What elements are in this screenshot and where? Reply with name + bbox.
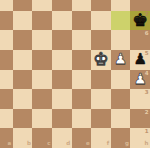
rank-label-3: 3: [145, 90, 149, 96]
square-e5[interactable]: [72, 50, 92, 70]
square-f7[interactable]: [91, 11, 111, 31]
square-d2[interactable]: [52, 109, 72, 129]
square-b8[interactable]: [13, 0, 33, 11]
square-d7[interactable]: [52, 11, 72, 31]
square-d4[interactable]: [52, 70, 72, 90]
square-f5[interactable]: ♚: [91, 50, 111, 70]
white-pawn[interactable]: ♟: [130, 70, 150, 90]
white-pawn[interactable]: ♟: [111, 50, 131, 70]
square-a7[interactable]: [0, 11, 13, 31]
rank-label-1: 1: [145, 129, 149, 135]
black-king[interactable]: ♚: [130, 11, 150, 31]
square-b7[interactable]: [13, 11, 33, 31]
square-c4[interactable]: [32, 70, 52, 90]
square-h3[interactable]: 3: [130, 89, 150, 109]
square-f2[interactable]: [91, 109, 111, 129]
square-h2[interactable]: 2: [130, 109, 150, 129]
file-label-h: h: [145, 141, 149, 147]
square-c8[interactable]: [32, 0, 52, 11]
square-f3[interactable]: [91, 89, 111, 109]
square-g4[interactable]: [111, 70, 131, 90]
file-label-d: d: [66, 141, 70, 147]
square-b4[interactable]: [13, 70, 33, 90]
square-e6[interactable]: [72, 30, 92, 50]
square-e2[interactable]: [72, 109, 92, 129]
file-label-a: a: [8, 141, 12, 147]
square-a2[interactable]: [0, 109, 13, 129]
chess-board-viewport: 87♚6♚♟5♟4♟32abcdefg1h: [0, 0, 150, 148]
rank-label-2: 2: [145, 110, 149, 116]
square-c5[interactable]: [32, 50, 52, 70]
square-b1[interactable]: b: [13, 128, 33, 148]
square-g6[interactable]: [111, 30, 131, 50]
square-b6[interactable]: [13, 30, 33, 50]
square-a6[interactable]: [0, 30, 13, 50]
square-g2[interactable]: [111, 109, 131, 129]
square-f1[interactable]: f: [91, 128, 111, 148]
square-h4[interactable]: 4♟: [130, 70, 150, 90]
square-f6[interactable]: [91, 30, 111, 50]
square-e7[interactable]: [72, 11, 92, 31]
square-g5[interactable]: ♟: [111, 50, 131, 70]
square-g3[interactable]: [111, 89, 131, 109]
square-g8[interactable]: [111, 0, 131, 11]
file-label-g: g: [125, 141, 129, 147]
file-label-e: e: [86, 141, 90, 147]
square-h5[interactable]: 5♟: [130, 50, 150, 70]
square-b3[interactable]: [13, 89, 33, 109]
square-d1[interactable]: d: [52, 128, 72, 148]
file-label-c: c: [47, 141, 50, 147]
square-d5[interactable]: [52, 50, 72, 70]
square-c7[interactable]: [32, 11, 52, 31]
square-b5[interactable]: [13, 50, 33, 70]
square-c6[interactable]: [32, 30, 52, 50]
square-e1[interactable]: e: [72, 128, 92, 148]
square-h6[interactable]: 6: [130, 30, 150, 50]
square-g1[interactable]: g: [111, 128, 131, 148]
square-f4[interactable]: [91, 70, 111, 90]
square-d6[interactable]: [52, 30, 72, 50]
square-a5[interactable]: [0, 50, 13, 70]
square-e4[interactable]: [72, 70, 92, 90]
square-g7[interactable]: [111, 11, 131, 31]
square-a3[interactable]: [0, 89, 13, 109]
square-c3[interactable]: [32, 89, 52, 109]
square-c2[interactable]: [32, 109, 52, 129]
square-a1[interactable]: a: [0, 128, 13, 148]
chess-board: 87♚6♚♟5♟4♟32abcdefg1h: [0, 0, 150, 148]
square-a4[interactable]: [0, 70, 13, 90]
file-label-f: f: [107, 141, 109, 147]
square-a8[interactable]: [0, 0, 13, 11]
square-h7[interactable]: 7♚: [130, 11, 150, 31]
square-h1[interactable]: 1h: [130, 128, 150, 148]
square-d8[interactable]: [52, 0, 72, 11]
square-c1[interactable]: c: [32, 128, 52, 148]
black-pawn[interactable]: ♟: [130, 50, 150, 70]
rank-label-6: 6: [145, 31, 149, 37]
square-f8[interactable]: [91, 0, 111, 11]
square-d3[interactable]: [52, 89, 72, 109]
file-label-b: b: [27, 141, 31, 147]
square-e3[interactable]: [72, 89, 92, 109]
white-king[interactable]: ♚: [91, 50, 111, 70]
square-e8[interactable]: [72, 0, 92, 11]
square-b2[interactable]: [13, 109, 33, 129]
